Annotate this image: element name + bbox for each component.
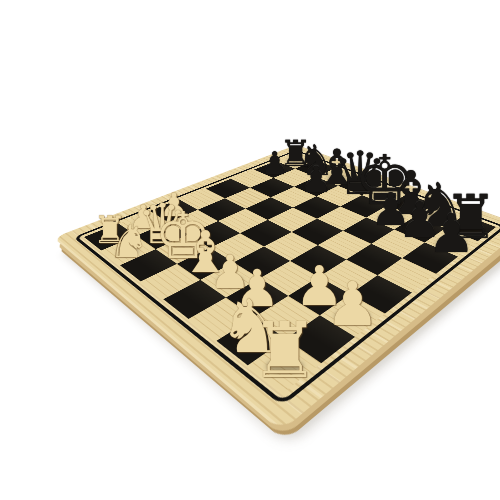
chess-set-product-photo: ♜♞♝♛♚♝♞♜♟♟♟♟♟♜♞♞♜♟♛♚♝♟♟♟♟♟ <box>40 16 500 500</box>
piece-white-knight-b1: ♞ <box>108 219 148 264</box>
piece-black-pawn-h7: ♟ <box>427 207 475 260</box>
piece-black-pawn-a7: ♟ <box>261 148 289 179</box>
piece-white-rook-h1: ♜ <box>250 313 319 390</box>
piece-white-pawn-h3: ♟ <box>325 274 379 335</box>
piece-black-pawn-c7: ♟ <box>300 162 332 198</box>
